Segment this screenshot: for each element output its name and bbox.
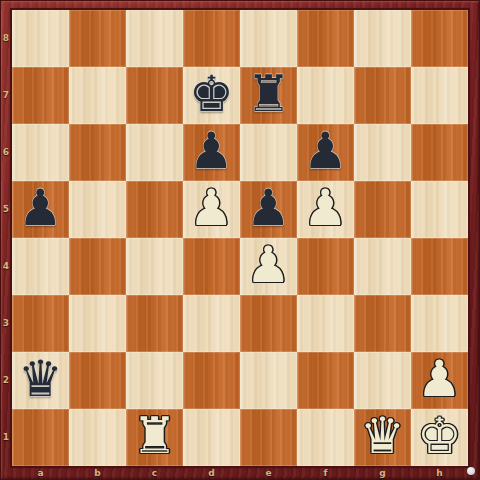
square-b3[interactable] — [69, 295, 126, 352]
square-e1[interactable] — [240, 409, 297, 466]
square-a6[interactable] — [12, 124, 69, 181]
square-f4[interactable] — [297, 238, 354, 295]
square-e4[interactable]: ♟ — [240, 238, 297, 295]
white-pawn: ♟ — [303, 180, 348, 239]
square-f3[interactable] — [297, 295, 354, 352]
square-g7[interactable] — [354, 67, 411, 124]
square-h6[interactable] — [411, 124, 468, 181]
square-c8[interactable] — [126, 10, 183, 67]
square-b1[interactable] — [69, 409, 126, 466]
square-h2[interactable]: ♟ — [411, 352, 468, 409]
square-b6[interactable] — [69, 124, 126, 181]
square-f2[interactable] — [297, 352, 354, 409]
square-f1[interactable] — [297, 409, 354, 466]
black-pawn: ♟ — [189, 123, 234, 182]
white-pawn: ♟ — [246, 237, 291, 296]
square-h3[interactable] — [411, 295, 468, 352]
white-queen: ♛ — [360, 408, 405, 467]
square-c1[interactable]: ♜ — [126, 409, 183, 466]
square-f8[interactable] — [297, 10, 354, 67]
square-d4[interactable] — [183, 238, 240, 295]
square-f5[interactable]: ♟ — [297, 181, 354, 238]
square-g3[interactable] — [354, 295, 411, 352]
square-b2[interactable] — [69, 352, 126, 409]
square-a8[interactable] — [12, 10, 69, 67]
square-e5[interactable]: ♟ — [240, 181, 297, 238]
file-label-a: a — [12, 466, 69, 480]
square-h8[interactable] — [411, 10, 468, 67]
square-a4[interactable] — [12, 238, 69, 295]
square-c4[interactable] — [126, 238, 183, 295]
square-d2[interactable] — [183, 352, 240, 409]
rank-label-7: 7 — [0, 67, 12, 124]
square-b4[interactable] — [69, 238, 126, 295]
square-d5[interactable]: ♟ — [183, 181, 240, 238]
square-h4[interactable] — [411, 238, 468, 295]
square-a5[interactable]: ♟ — [12, 181, 69, 238]
white-king: ♚ — [417, 408, 462, 467]
black-rook: ♜ — [246, 66, 291, 125]
square-g4[interactable] — [354, 238, 411, 295]
square-a2[interactable]: ♛ — [12, 352, 69, 409]
square-g6[interactable] — [354, 124, 411, 181]
board-frame: ♚♜♟♟♟♟♟♟♟♛♟♜♛♚ 87654321 abcdefgh — [0, 0, 480, 480]
square-d3[interactable] — [183, 295, 240, 352]
square-d6[interactable]: ♟ — [183, 124, 240, 181]
file-label-d: d — [183, 466, 240, 480]
chess-board: ♚♜♟♟♟♟♟♟♟♛♟♜♛♚ — [12, 10, 468, 466]
square-d7[interactable]: ♚ — [183, 67, 240, 124]
square-d8[interactable] — [183, 10, 240, 67]
black-pawn: ♟ — [303, 123, 348, 182]
side-to-move-indicator — [467, 467, 475, 475]
square-a1[interactable] — [12, 409, 69, 466]
square-b7[interactable] — [69, 67, 126, 124]
square-h7[interactable] — [411, 67, 468, 124]
square-h5[interactable] — [411, 181, 468, 238]
rank-label-4: 4 — [0, 238, 12, 295]
square-e6[interactable] — [240, 124, 297, 181]
square-f6[interactable]: ♟ — [297, 124, 354, 181]
file-label-h: h — [411, 466, 468, 480]
black-queen: ♛ — [18, 351, 63, 410]
rank-label-6: 6 — [0, 124, 12, 181]
square-g5[interactable] — [354, 181, 411, 238]
file-label-b: b — [69, 466, 126, 480]
square-e8[interactable] — [240, 10, 297, 67]
white-rook: ♜ — [132, 408, 177, 467]
black-king: ♚ — [189, 66, 234, 125]
square-e7[interactable]: ♜ — [240, 67, 297, 124]
square-a7[interactable] — [12, 67, 69, 124]
square-d1[interactable] — [183, 409, 240, 466]
square-g2[interactable] — [354, 352, 411, 409]
black-pawn: ♟ — [18, 180, 63, 239]
white-pawn: ♟ — [417, 351, 462, 410]
rank-label-3: 3 — [0, 295, 12, 352]
square-e2[interactable] — [240, 352, 297, 409]
square-c5[interactable] — [126, 181, 183, 238]
square-h1[interactable]: ♚ — [411, 409, 468, 466]
square-f7[interactable] — [297, 67, 354, 124]
rank-label-5: 5 — [0, 181, 12, 238]
square-c7[interactable] — [126, 67, 183, 124]
square-g8[interactable] — [354, 10, 411, 67]
square-b8[interactable] — [69, 10, 126, 67]
rank-label-8: 8 — [0, 10, 12, 67]
white-pawn: ♟ — [189, 180, 234, 239]
square-c6[interactable] — [126, 124, 183, 181]
file-label-g: g — [354, 466, 411, 480]
file-label-e: e — [240, 466, 297, 480]
black-pawn: ♟ — [246, 180, 291, 239]
square-c2[interactable] — [126, 352, 183, 409]
square-a3[interactable] — [12, 295, 69, 352]
square-c3[interactable] — [126, 295, 183, 352]
file-label-c: c — [126, 466, 183, 480]
square-b5[interactable] — [69, 181, 126, 238]
square-g1[interactable]: ♛ — [354, 409, 411, 466]
rank-label-1: 1 — [0, 409, 12, 466]
square-e3[interactable] — [240, 295, 297, 352]
file-label-f: f — [297, 466, 354, 480]
rank-label-2: 2 — [0, 352, 12, 409]
